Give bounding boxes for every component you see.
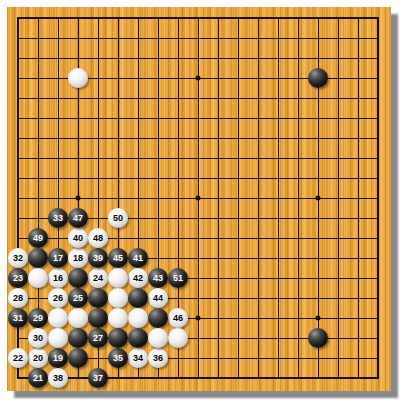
black-stone — [88, 308, 108, 328]
stone-move-number: 16 — [53, 274, 63, 283]
stone-move-number: 35 — [113, 354, 123, 363]
stone-move-number: 47 — [73, 214, 83, 223]
black-stone-move-21: 21 — [28, 368, 48, 388]
black-stone-move-45: 45 — [108, 248, 128, 268]
white-stone-move-16: 16 — [48, 268, 68, 288]
black-stone — [28, 248, 48, 268]
stone-move-number: 32 — [13, 254, 23, 263]
white-stone — [128, 308, 148, 328]
black-stone-move-23: 23 — [8, 268, 28, 288]
star-point — [196, 316, 201, 321]
black-stone — [108, 328, 128, 348]
white-stone-move-24: 24 — [88, 268, 108, 288]
black-stone — [308, 68, 328, 88]
grid-line-vertical — [298, 18, 299, 378]
stone-move-number: 20 — [33, 354, 43, 363]
black-stone-move-39: 39 — [88, 248, 108, 268]
white-stone — [68, 68, 88, 88]
black-stone-move-33: 33 — [48, 208, 68, 228]
star-point — [316, 196, 321, 201]
black-stone-move-49: 49 — [28, 228, 48, 248]
star-point — [196, 196, 201, 201]
stone-move-number: 42 — [133, 274, 143, 283]
grid-line-vertical — [278, 18, 279, 378]
white-stone — [68, 308, 88, 328]
white-stone-move-48: 48 — [88, 228, 108, 248]
white-stone-move-46: 46 — [168, 308, 188, 328]
white-stone-move-22: 22 — [8, 348, 28, 368]
stone-move-number: 38 — [53, 374, 63, 383]
grid-line-vertical — [358, 18, 359, 378]
white-stone-move-50: 50 — [108, 208, 128, 228]
black-stone — [68, 348, 88, 368]
grid-line-vertical — [238, 18, 239, 378]
black-stone — [148, 308, 168, 328]
grid-line-vertical — [338, 18, 339, 378]
white-stone-move-28: 28 — [8, 288, 28, 308]
black-stone — [68, 328, 88, 348]
white-stone-move-36: 36 — [148, 348, 168, 368]
stone-move-number: 23 — [13, 274, 23, 283]
grid-line-vertical — [258, 18, 259, 378]
white-stone-move-34: 34 — [128, 348, 148, 368]
black-stone-move-37: 37 — [88, 368, 108, 388]
black-stone-move-31: 31 — [8, 308, 28, 328]
stone-move-number: 50 — [113, 214, 123, 223]
black-stone-move-19: 19 — [48, 348, 68, 368]
stone-move-number: 43 — [153, 274, 163, 283]
black-stone — [128, 328, 148, 348]
stone-move-number: 41 — [133, 254, 143, 263]
stone-move-number: 31 — [13, 314, 23, 323]
black-stone-move-17: 17 — [48, 248, 68, 268]
white-stone — [168, 328, 188, 348]
white-stone — [148, 328, 168, 348]
black-stone-move-27: 27 — [88, 328, 108, 348]
star-point — [196, 76, 201, 81]
black-stone-move-25: 25 — [68, 288, 88, 308]
stone-move-number: 19 — [53, 354, 63, 363]
white-stone-move-40: 40 — [68, 228, 88, 248]
stone-move-number: 39 — [93, 254, 103, 263]
black-stone-move-51: 51 — [168, 268, 188, 288]
stone-move-number: 24 — [93, 274, 103, 283]
black-stone — [128, 288, 148, 308]
white-stone-move-44: 44 — [148, 288, 168, 308]
white-stone — [108, 288, 128, 308]
white-stone — [28, 268, 48, 288]
black-stone — [68, 268, 88, 288]
black-stone-move-43: 43 — [148, 268, 168, 288]
black-stone-move-41: 41 — [128, 248, 148, 268]
white-stone — [48, 328, 68, 348]
stone-move-number: 27 — [93, 334, 103, 343]
stone-move-number: 44 — [153, 294, 163, 303]
star-point — [76, 196, 81, 201]
star-point — [316, 316, 321, 321]
white-stone-move-26: 26 — [48, 288, 68, 308]
black-stone-move-47: 47 — [68, 208, 88, 228]
stone-move-number: 28 — [13, 294, 23, 303]
white-stone — [108, 308, 128, 328]
stone-move-number: 33 — [53, 214, 63, 223]
stone-move-number: 21 — [33, 374, 43, 383]
stone-move-number: 36 — [153, 354, 163, 363]
go-board[interactable]: 1617181920212223242526272829303132333435… — [7, 7, 391, 391]
white-stone — [108, 268, 128, 288]
grid-line-vertical — [218, 18, 219, 378]
black-stone-move-29: 29 — [28, 308, 48, 328]
stone-move-number: 17 — [53, 254, 63, 263]
stone-move-number: 26 — [53, 294, 63, 303]
stone-move-number: 25 — [73, 294, 83, 303]
white-stone-move-38: 38 — [48, 368, 68, 388]
black-stone — [308, 328, 328, 348]
stone-move-number: 30 — [33, 334, 43, 343]
stone-move-number: 46 — [173, 314, 183, 323]
stone-move-number: 34 — [133, 354, 143, 363]
white-stone-move-42: 42 — [128, 268, 148, 288]
stone-move-number: 45 — [113, 254, 123, 263]
white-stone-move-30: 30 — [28, 328, 48, 348]
white-stone-move-18: 18 — [68, 248, 88, 268]
stone-move-number: 37 — [93, 374, 103, 383]
black-stone-move-35: 35 — [108, 348, 128, 368]
go-board-diagram: 1617181920212223242526272829303132333435… — [0, 0, 400, 400]
white-stone-move-32: 32 — [8, 248, 28, 268]
stone-move-number: 18 — [73, 254, 83, 263]
stone-move-number: 29 — [33, 314, 43, 323]
stone-move-number: 51 — [173, 274, 183, 283]
black-stone — [88, 288, 108, 308]
stone-move-number: 49 — [33, 234, 43, 243]
stone-move-number: 48 — [93, 234, 103, 243]
white-stone — [48, 308, 68, 328]
white-stone-move-20: 20 — [28, 348, 48, 368]
stone-move-number: 22 — [13, 354, 23, 363]
stone-move-number: 40 — [73, 234, 83, 243]
